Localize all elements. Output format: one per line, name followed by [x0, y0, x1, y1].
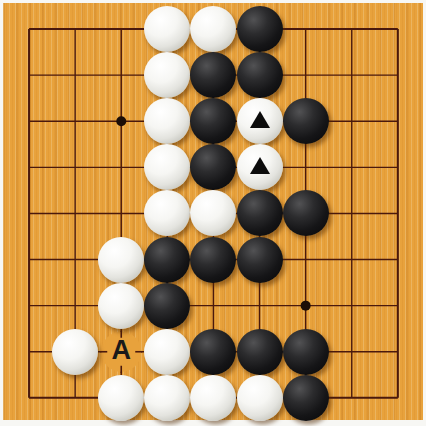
black-stone	[283, 329, 329, 375]
triangle-marker-icon	[250, 111, 270, 128]
white-stone	[144, 190, 190, 236]
black-stone	[237, 190, 283, 236]
white-stone	[144, 6, 190, 52]
white-stone	[237, 144, 283, 190]
white-stone	[190, 6, 236, 52]
black-stone	[237, 329, 283, 375]
black-stone	[144, 283, 190, 329]
black-stone	[283, 190, 329, 236]
black-stone	[283, 98, 329, 144]
black-stone	[190, 144, 236, 190]
white-stone	[144, 144, 190, 190]
black-stone	[190, 237, 236, 283]
white-stone	[237, 375, 283, 421]
white-stone	[144, 375, 190, 421]
black-stone	[190, 329, 236, 375]
black-stone	[144, 237, 190, 283]
black-stone	[237, 6, 283, 52]
black-stone	[283, 375, 329, 421]
white-stone	[98, 237, 144, 283]
white-stone	[98, 375, 144, 421]
black-stone	[190, 98, 236, 144]
black-stone	[237, 237, 283, 283]
black-stone	[237, 52, 283, 98]
black-stone	[190, 52, 236, 98]
white-stone	[190, 375, 236, 421]
white-stone	[144, 329, 190, 375]
white-stone	[144, 98, 190, 144]
white-stone	[144, 52, 190, 98]
triangle-marker-icon	[250, 157, 270, 174]
go-diagram: A	[0, 0, 426, 426]
white-stone	[237, 98, 283, 144]
white-stone	[190, 190, 236, 236]
white-stone	[52, 329, 98, 375]
annotation-label: A	[111, 337, 131, 364]
white-stone	[98, 283, 144, 329]
annotation-point-A[interactable]: A	[98, 329, 144, 375]
stones-layer: A	[6, 6, 421, 421]
